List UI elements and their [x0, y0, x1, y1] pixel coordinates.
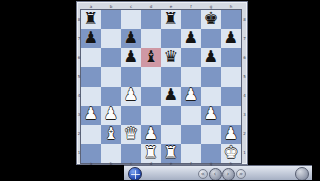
rank-label-left-1: 1: [78, 151, 81, 155]
square-f4[interactable]: ♟: [181, 87, 201, 106]
piece-black-pawn[interactable]: ♟: [124, 49, 139, 67]
piece-black-rook[interactable]: ♜: [164, 11, 179, 29]
square-c7[interactable]: ♟: [121, 29, 141, 48]
square-f6[interactable]: [181, 48, 201, 67]
file-label-bottom-b: b: [110, 162, 113, 166]
piece-white-king[interactable]: ♚: [224, 145, 239, 163]
square-c4[interactable]: ♟: [121, 87, 141, 106]
file-label-top-d: d: [150, 5, 153, 9]
square-d2[interactable]: ♟: [141, 125, 161, 144]
square-b3[interactable]: ♟: [101, 106, 121, 125]
piece-black-rook[interactable]: ♜: [84, 11, 99, 29]
board-frame: ♜♜♚♟♟♟♟♟♝♛♟♟♟♟♟♟♟♝♛♟♟♜♜♚ aabbccddeeffggh…: [76, 1, 248, 165]
square-d6[interactable]: ♝: [141, 48, 161, 67]
square-g2[interactable]: [201, 125, 221, 144]
file-label-top-h: h: [230, 5, 233, 9]
square-h2[interactable]: ♟: [221, 125, 241, 144]
file-label-bottom-h: h: [230, 162, 233, 166]
piece-black-pawn[interactable]: ♟: [184, 30, 199, 48]
rank-label-right-3: 3: [243, 113, 246, 117]
rank-label-right-5: 5: [243, 75, 246, 79]
square-a2[interactable]: [81, 125, 101, 144]
square-c3[interactable]: [121, 106, 141, 125]
square-d7[interactable]: [141, 29, 161, 48]
square-e5[interactable]: [161, 67, 181, 86]
rank-label-right-2: 2: [243, 132, 246, 136]
square-h6[interactable]: [221, 48, 241, 67]
square-h5[interactable]: [221, 67, 241, 86]
square-g8[interactable]: ♚: [201, 10, 221, 29]
square-c5[interactable]: [121, 67, 141, 86]
last-move-button[interactable]: »: [236, 169, 246, 179]
piece-black-pawn[interactable]: ♟: [84, 30, 99, 48]
square-e2[interactable]: [161, 125, 181, 144]
square-a6[interactable]: [81, 48, 101, 67]
piece-white-pawn[interactable]: ♟: [124, 87, 139, 105]
square-h4[interactable]: [221, 87, 241, 106]
previous-move-button[interactable]: ‹: [209, 168, 222, 181]
file-label-bottom-f: f: [190, 162, 191, 166]
square-e6[interactable]: ♛: [161, 48, 181, 67]
round-button[interactable]: [295, 167, 309, 180]
rank-label-left-7: 7: [78, 37, 81, 41]
rank-label-right-8: 8: [243, 18, 246, 22]
square-e3[interactable]: [161, 106, 181, 125]
piece-white-pawn[interactable]: ♟: [184, 87, 199, 105]
piece-black-king[interactable]: ♚: [204, 11, 219, 29]
square-e8[interactable]: ♜: [161, 10, 181, 29]
square-b6[interactable]: [101, 48, 121, 67]
square-h3[interactable]: [221, 106, 241, 125]
square-g5[interactable]: [201, 67, 221, 86]
file-label-top-e: e: [170, 5, 172, 9]
file-label-top-b: b: [110, 5, 113, 9]
square-e4[interactable]: ♟: [161, 87, 181, 106]
world-button[interactable]: [128, 167, 142, 180]
rank-label-right-4: 4: [243, 94, 246, 98]
square-b8[interactable]: [101, 10, 121, 29]
square-a4[interactable]: [81, 87, 101, 106]
file-label-top-g: g: [210, 5, 213, 9]
rank-label-left-4: 4: [78, 94, 81, 98]
square-f2[interactable]: [181, 125, 201, 144]
square-g6[interactable]: ♟: [201, 48, 221, 67]
piece-black-pawn[interactable]: ♟: [224, 30, 239, 48]
file-label-bottom-e: e: [170, 162, 172, 166]
square-h7[interactable]: ♟: [221, 29, 241, 48]
file-label-top-a: a: [90, 5, 92, 9]
square-d4[interactable]: [141, 87, 161, 106]
square-b7[interactable]: [101, 29, 121, 48]
piece-white-rook[interactable]: ♜: [164, 145, 179, 163]
square-c2[interactable]: ♛: [121, 125, 141, 144]
previous-arrow-icon: ‹: [214, 170, 217, 177]
square-c8[interactable]: [121, 10, 141, 29]
piece-black-bishop[interactable]: ♝: [144, 49, 159, 67]
rank-label-left-3: 3: [78, 113, 81, 117]
square-g3[interactable]: ♟: [201, 106, 221, 125]
piece-white-queen[interactable]: ♛: [124, 126, 139, 144]
first-move-button[interactable]: «: [198, 169, 208, 179]
rank-label-right-1: 1: [243, 151, 246, 155]
square-g4[interactable]: [201, 87, 221, 106]
square-d5[interactable]: [141, 67, 161, 86]
file-label-bottom-a: a: [90, 162, 92, 166]
piece-black-pawn[interactable]: ♟: [124, 30, 139, 48]
piece-white-pawn[interactable]: ♟: [144, 126, 159, 144]
square-a8[interactable]: ♜: [81, 10, 101, 29]
file-label-bottom-g: g: [210, 162, 213, 166]
rank-label-left-5: 5: [78, 75, 81, 79]
square-g7[interactable]: [201, 29, 221, 48]
square-f8[interactable]: [181, 10, 201, 29]
file-label-bottom-d: d: [150, 162, 153, 166]
piece-black-pawn[interactable]: ♟: [164, 87, 179, 105]
piece-white-rook[interactable]: ♜: [144, 145, 159, 163]
piece-black-queen[interactable]: ♛: [164, 49, 179, 67]
piece-white-pawn[interactable]: ♟: [204, 106, 219, 124]
square-d8[interactable]: [141, 10, 161, 29]
piece-white-bishop[interactable]: ♝: [104, 126, 119, 144]
square-a7[interactable]: ♟: [81, 29, 101, 48]
square-f5[interactable]: [181, 67, 201, 86]
rank-label-left-8: 8: [78, 18, 81, 22]
rank-label-left-2: 2: [78, 132, 81, 136]
square-e7[interactable]: [161, 29, 181, 48]
square-b2[interactable]: ♝: [101, 125, 121, 144]
square-a3[interactable]: ♟: [81, 106, 101, 125]
skip-to-start-icon: «: [201, 170, 205, 177]
next-move-button[interactable]: ›: [222, 168, 235, 181]
square-c6[interactable]: ♟: [121, 48, 141, 67]
skip-to-end-icon: »: [239, 170, 243, 177]
file-label-bottom-c: c: [130, 162, 132, 166]
rank-label-right-7: 7: [243, 37, 246, 41]
square-f3[interactable]: [181, 106, 201, 125]
square-b5[interactable]: [101, 67, 121, 86]
rank-label-right-6: 6: [243, 56, 246, 60]
toolbar: «‹›»: [124, 165, 312, 180]
chess-board: ♜♜♚♟♟♟♟♟♝♛♟♟♟♟♟♟♟♝♛♟♟♜♜♚: [81, 10, 241, 163]
file-label-top-c: c: [130, 5, 132, 9]
piece-white-pawn[interactable]: ♟: [84, 106, 99, 124]
square-a5[interactable]: [81, 67, 101, 86]
file-label-top-f: f: [190, 5, 191, 9]
next-arrow-icon: ›: [227, 170, 230, 177]
piece-white-pawn[interactable]: ♟: [104, 106, 119, 124]
piece-black-pawn[interactable]: ♟: [204, 49, 219, 67]
square-b4[interactable]: [101, 87, 121, 106]
rank-label-left-6: 6: [78, 56, 81, 60]
piece-white-pawn[interactable]: ♟: [224, 126, 239, 144]
square-f7[interactable]: ♟: [181, 29, 201, 48]
square-d3[interactable]: [141, 106, 161, 125]
square-h8[interactable]: [221, 10, 241, 29]
